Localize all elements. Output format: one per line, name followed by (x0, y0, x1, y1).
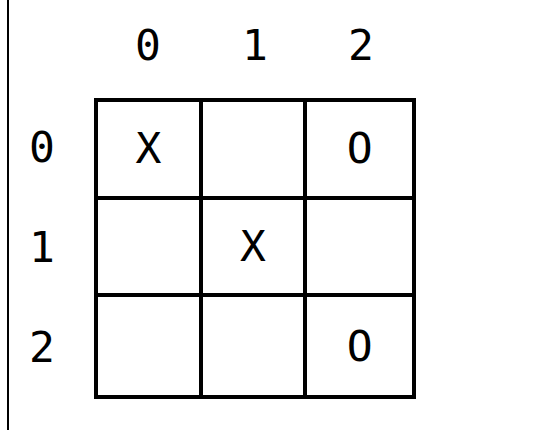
row-label-1: 1 (29, 226, 55, 269)
cell-1-1[interactable]: X (203, 200, 308, 298)
cell-0-0[interactable]: X (98, 102, 203, 200)
cell-1-0[interactable] (98, 200, 203, 298)
col-label-2: 2 (348, 24, 374, 67)
row-label-0: 0 (29, 126, 55, 169)
cell-0-1[interactable] (203, 102, 308, 200)
cell-1-2[interactable] (307, 200, 412, 298)
cell-2-0[interactable] (98, 297, 203, 395)
row-label-2: 2 (29, 326, 55, 369)
cell-2-1[interactable] (203, 297, 308, 395)
col-label-0: 0 (135, 24, 161, 67)
cell-2-2[interactable]: O (307, 297, 412, 395)
tic-tac-toe-board: X O X O (94, 98, 416, 399)
window-left-border (7, 0, 9, 430)
cell-0-2[interactable]: O (307, 102, 412, 200)
tic-tac-toe-diagram: 0 1 2 0 1 2 X O X O (0, 0, 558, 430)
col-label-1: 1 (242, 24, 268, 67)
